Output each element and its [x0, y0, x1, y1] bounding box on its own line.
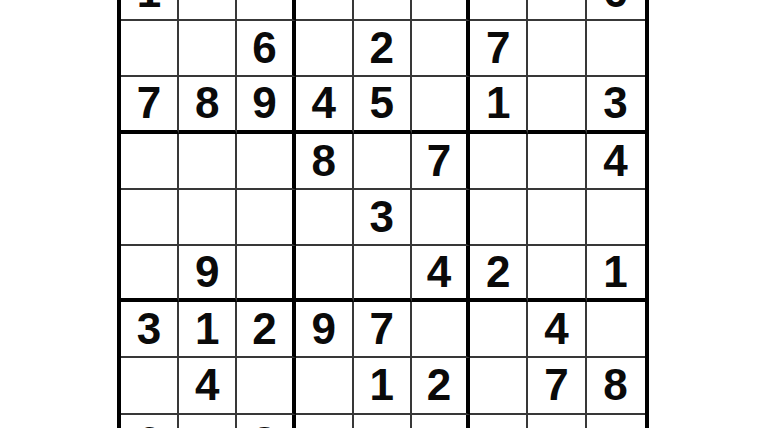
cell-r9c2[interactable] — [179, 415, 237, 428]
cell-r3c7[interactable]: 1 — [470, 77, 528, 133]
cell-r1c9[interactable]: 6 — [587, 0, 645, 21]
cell-r6c3[interactable] — [237, 246, 295, 302]
cell-r7c6[interactable] — [412, 302, 470, 358]
cell-r5c6[interactable] — [412, 190, 470, 246]
cell-r6c7[interactable]: 2 — [470, 246, 528, 302]
cell-r8c2[interactable]: 4 — [179, 358, 237, 414]
cell-r3c6[interactable] — [412, 77, 470, 133]
cell-r7c4[interactable]: 9 — [296, 302, 354, 358]
cell-r6c6[interactable]: 4 — [412, 246, 470, 302]
cell-r9c5[interactable] — [354, 415, 412, 428]
cell-r3c8[interactable] — [528, 77, 586, 133]
cell-r7c3[interactable]: 2 — [237, 302, 295, 358]
cell-r8c3[interactable] — [237, 358, 295, 414]
cell-r2c5[interactable]: 2 — [354, 21, 412, 77]
cell-r8c6[interactable]: 2 — [412, 358, 470, 414]
cell-r5c9[interactable] — [587, 190, 645, 246]
sudoku-page: 166277894513874394213129744127868 — [0, 0, 760, 428]
cell-r2c6[interactable] — [412, 21, 470, 77]
cell-r2c8[interactable] — [528, 21, 586, 77]
cell-r5c8[interactable] — [528, 190, 586, 246]
cell-r5c7[interactable] — [470, 190, 528, 246]
cell-r4c7[interactable] — [470, 134, 528, 190]
cell-r5c1[interactable] — [121, 190, 179, 246]
cell-r2c9[interactable] — [587, 21, 645, 77]
cell-r5c4[interactable] — [296, 190, 354, 246]
cell-r9c3[interactable]: 8 — [237, 415, 295, 428]
cell-r5c3[interactable] — [237, 190, 295, 246]
cell-r4c5[interactable] — [354, 134, 412, 190]
cell-r2c3[interactable]: 6 — [237, 21, 295, 77]
cell-r7c1[interactable]: 3 — [121, 302, 179, 358]
cell-r7c8[interactable]: 4 — [528, 302, 586, 358]
cell-r3c9[interactable]: 3 — [587, 77, 645, 133]
cell-r3c4[interactable]: 4 — [296, 77, 354, 133]
cell-r4c4[interactable]: 8 — [296, 134, 354, 190]
cell-r1c6[interactable] — [412, 0, 470, 21]
cell-r8c4[interactable] — [296, 358, 354, 414]
cell-r8c5[interactable]: 1 — [354, 358, 412, 414]
cell-r8c1[interactable] — [121, 358, 179, 414]
sudoku-board: 166277894513874394213129744127868 — [117, 0, 649, 428]
cell-r9c6[interactable] — [412, 415, 470, 428]
cell-r6c5[interactable] — [354, 246, 412, 302]
cell-r3c5[interactable]: 5 — [354, 77, 412, 133]
cell-r1c7[interactable] — [470, 0, 528, 21]
cell-r3c2[interactable]: 8 — [179, 77, 237, 133]
cell-r8c8[interactable]: 7 — [528, 358, 586, 414]
cell-r6c9[interactable]: 1 — [587, 246, 645, 302]
cell-r5c5[interactable]: 3 — [354, 190, 412, 246]
cell-r6c8[interactable] — [528, 246, 586, 302]
cell-r7c9[interactable] — [587, 302, 645, 358]
cell-r6c4[interactable] — [296, 246, 354, 302]
cell-r1c5[interactable] — [354, 0, 412, 21]
cell-r4c9[interactable]: 4 — [587, 134, 645, 190]
cell-r3c3[interactable]: 9 — [237, 77, 295, 133]
cell-r1c2[interactable] — [179, 0, 237, 21]
cell-r2c4[interactable] — [296, 21, 354, 77]
cell-r4c6[interactable]: 7 — [412, 134, 470, 190]
cell-r1c3[interactable] — [237, 0, 295, 21]
cell-r9c9[interactable] — [587, 415, 645, 428]
cell-r2c7[interactable]: 7 — [470, 21, 528, 77]
cell-r2c1[interactable] — [121, 21, 179, 77]
cell-r9c7[interactable] — [470, 415, 528, 428]
cell-r9c8[interactable] — [528, 415, 586, 428]
cell-r9c4[interactable] — [296, 415, 354, 428]
cell-r5c2[interactable] — [179, 190, 237, 246]
cell-r1c8[interactable] — [528, 0, 586, 21]
cell-r4c2[interactable] — [179, 134, 237, 190]
cell-r3c1[interactable]: 7 — [121, 77, 179, 133]
cell-r7c2[interactable]: 1 — [179, 302, 237, 358]
cell-r7c5[interactable]: 7 — [354, 302, 412, 358]
cell-r1c4[interactable] — [296, 0, 354, 21]
cell-r6c2[interactable]: 9 — [179, 246, 237, 302]
cell-r7c7[interactable] — [470, 302, 528, 358]
cell-r8c7[interactable] — [470, 358, 528, 414]
cell-r1c1[interactable]: 1 — [121, 0, 179, 21]
cell-r2c2[interactable] — [179, 21, 237, 77]
cell-r4c1[interactable] — [121, 134, 179, 190]
cell-r4c3[interactable] — [237, 134, 295, 190]
cell-r9c1[interactable]: 6 — [121, 415, 179, 428]
cell-r4c8[interactable] — [528, 134, 586, 190]
cell-r8c9[interactable]: 8 — [587, 358, 645, 414]
cell-r6c1[interactable] — [121, 246, 179, 302]
